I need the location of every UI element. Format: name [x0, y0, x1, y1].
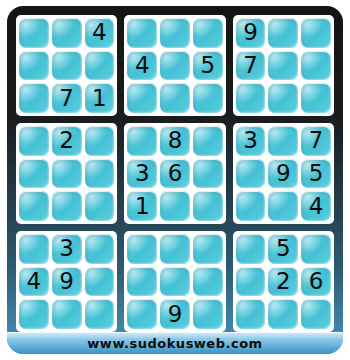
cell-r2c6: 5	[193, 51, 223, 81]
cell-r5c8: 9	[268, 159, 298, 189]
cell-r1c6[interactable]	[193, 18, 223, 48]
cell-r5c6[interactable]	[193, 159, 223, 189]
cell-r2c8[interactable]	[268, 51, 298, 81]
cell-r5c7[interactable]	[236, 159, 266, 189]
cell-r8c6[interactable]	[193, 267, 223, 297]
cell-r7c6[interactable]	[193, 234, 223, 264]
cell-r6c3[interactable]	[85, 191, 115, 221]
footer-bar: www.sudokusweb.com	[7, 332, 343, 354]
cell-r8c7[interactable]	[236, 267, 266, 297]
cell-r5c1[interactable]	[19, 159, 49, 189]
cell-r4c7: 3	[236, 126, 266, 156]
cell-r9c9[interactable]	[301, 299, 331, 329]
sudoku-board: 471459728361379543499526	[16, 15, 334, 332]
cell-r6c5[interactable]	[160, 191, 190, 221]
cell-r1c9[interactable]	[301, 18, 331, 48]
cell-r1c8[interactable]	[268, 18, 298, 48]
cell-r4c4[interactable]	[127, 126, 157, 156]
cell-r9c4[interactable]	[127, 299, 157, 329]
cell-r6c2[interactable]	[52, 191, 82, 221]
cell-r8c5[interactable]	[160, 267, 190, 297]
cell-r2c2[interactable]	[52, 51, 82, 81]
cell-r3c9[interactable]	[301, 83, 331, 113]
cell-r8c9: 6	[301, 267, 331, 297]
cell-r6c7[interactable]	[236, 191, 266, 221]
cell-r9c7[interactable]	[236, 299, 266, 329]
box-r2c1: 2	[16, 123, 117, 224]
cell-r2c4: 4	[127, 51, 157, 81]
cell-r7c4[interactable]	[127, 234, 157, 264]
site-url: www.sudokusweb.com	[87, 336, 262, 351]
cell-r9c6[interactable]	[193, 299, 223, 329]
cell-r3c6[interactable]	[193, 83, 223, 113]
cell-r7c1[interactable]	[19, 234, 49, 264]
cell-r5c5: 6	[160, 159, 190, 189]
cell-r8c4[interactable]	[127, 267, 157, 297]
cell-r3c4[interactable]	[127, 83, 157, 113]
box-r3c1: 349	[16, 231, 117, 332]
sudoku-page: 471459728361379543499526 www.sudokusweb.…	[0, 0, 350, 360]
cell-r2c3[interactable]	[85, 51, 115, 81]
cell-r2c9[interactable]	[301, 51, 331, 81]
cell-r7c7[interactable]	[236, 234, 266, 264]
cell-r4c5: 8	[160, 126, 190, 156]
cell-r7c2: 3	[52, 234, 82, 264]
cell-r2c5[interactable]	[160, 51, 190, 81]
cell-r4c2: 2	[52, 126, 82, 156]
cell-r5c2[interactable]	[52, 159, 82, 189]
cell-r9c5: 9	[160, 299, 190, 329]
cell-r3c5[interactable]	[160, 83, 190, 113]
cell-r4c1[interactable]	[19, 126, 49, 156]
cell-r5c3[interactable]	[85, 159, 115, 189]
cell-r1c2[interactable]	[52, 18, 82, 48]
cell-r1c3: 4	[85, 18, 115, 48]
cell-r9c2[interactable]	[52, 299, 82, 329]
cell-r8c8: 2	[268, 267, 298, 297]
cell-r1c7: 9	[236, 18, 266, 48]
cell-r7c3[interactable]	[85, 234, 115, 264]
cell-r8c1: 4	[19, 267, 49, 297]
cell-r1c1[interactable]	[19, 18, 49, 48]
board-frame: 471459728361379543499526 www.sudokusweb.…	[7, 6, 343, 354]
cell-r2c1[interactable]	[19, 51, 49, 81]
cell-r5c4: 3	[127, 159, 157, 189]
box-r3c3: 526	[233, 231, 334, 332]
cell-r1c4[interactable]	[127, 18, 157, 48]
cell-r9c3[interactable]	[85, 299, 115, 329]
cell-r4c8[interactable]	[268, 126, 298, 156]
cell-r9c1[interactable]	[19, 299, 49, 329]
cell-r3c2: 7	[52, 83, 82, 113]
box-r2c2: 8361	[124, 123, 225, 224]
cell-r6c1[interactable]	[19, 191, 49, 221]
box-r2c3: 37954	[233, 123, 334, 224]
box-r1c3: 97	[233, 15, 334, 116]
box-r1c2: 45	[124, 15, 225, 116]
cell-r3c7[interactable]	[236, 83, 266, 113]
cell-r1c5[interactable]	[160, 18, 190, 48]
cell-r7c9[interactable]	[301, 234, 331, 264]
cell-r8c2: 9	[52, 267, 82, 297]
box-r3c2: 9	[124, 231, 225, 332]
cell-r3c1[interactable]	[19, 83, 49, 113]
cell-r6c9: 4	[301, 191, 331, 221]
cell-r7c5[interactable]	[160, 234, 190, 264]
cell-r4c6[interactable]	[193, 126, 223, 156]
cell-r2c7: 7	[236, 51, 266, 81]
cell-r9c8[interactable]	[268, 299, 298, 329]
cell-r3c8[interactable]	[268, 83, 298, 113]
cell-r4c9: 7	[301, 126, 331, 156]
cell-r8c3[interactable]	[85, 267, 115, 297]
cell-r6c8[interactable]	[268, 191, 298, 221]
cell-r3c3: 1	[85, 83, 115, 113]
box-r1c1: 471	[16, 15, 117, 116]
cell-r5c9: 5	[301, 159, 331, 189]
cell-r6c4: 1	[127, 191, 157, 221]
cell-r4c3[interactable]	[85, 126, 115, 156]
cell-r7c8: 5	[268, 234, 298, 264]
cell-r6c6[interactable]	[193, 191, 223, 221]
